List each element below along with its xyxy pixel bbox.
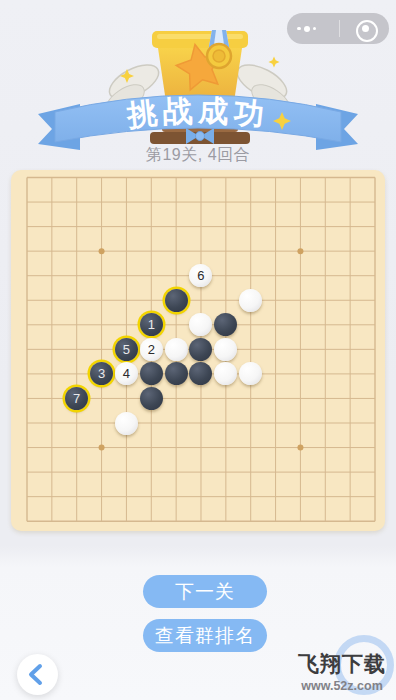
watermark-title: 飞翔下载 — [296, 650, 388, 678]
group-ranking-button[interactable]: 查看群排名 — [143, 619, 267, 652]
stone-black-winning: 1 — [140, 313, 163, 336]
app-screen: 挑战成功 第19关, 4回合 6152347 下一关 查看群排名 飞翔下载 ww… — [0, 0, 396, 700]
level-status: 第19关, 4回合 — [0, 145, 396, 166]
stone-black-winning — [165, 289, 188, 312]
star-point — [99, 248, 105, 254]
watermark: 飞翔下载 www.52z.com — [296, 650, 388, 693]
move-number: 3 — [98, 366, 105, 381]
stone-black — [165, 362, 188, 385]
move-number: 1 — [148, 317, 155, 332]
move-number: 5 — [123, 342, 130, 357]
banner-band — [55, 95, 341, 142]
stone-black-winning: 5 — [115, 338, 138, 361]
chevron-left-icon — [17, 654, 58, 695]
stone-white — [115, 412, 138, 435]
move-number: 2 — [148, 342, 155, 357]
star-point — [297, 445, 303, 451]
star-point — [297, 248, 303, 254]
move-number: 4 — [123, 366, 130, 381]
move-number: 7 — [73, 391, 80, 406]
stone-white — [165, 338, 188, 361]
star-point — [99, 445, 105, 451]
success-banner: 挑战成功 — [0, 40, 396, 160]
move-number: 6 — [197, 268, 204, 283]
stone-black — [140, 387, 163, 410]
watermark-url: www.52z.com — [296, 679, 388, 693]
stone-white: 2 — [140, 338, 163, 361]
stone-black-winning: 7 — [65, 387, 88, 410]
next-level-button[interactable]: 下一关 — [143, 575, 267, 608]
game-board[interactable]: 6152347 — [11, 170, 385, 531]
stone-white — [239, 289, 262, 312]
back-button[interactable] — [17, 654, 58, 695]
